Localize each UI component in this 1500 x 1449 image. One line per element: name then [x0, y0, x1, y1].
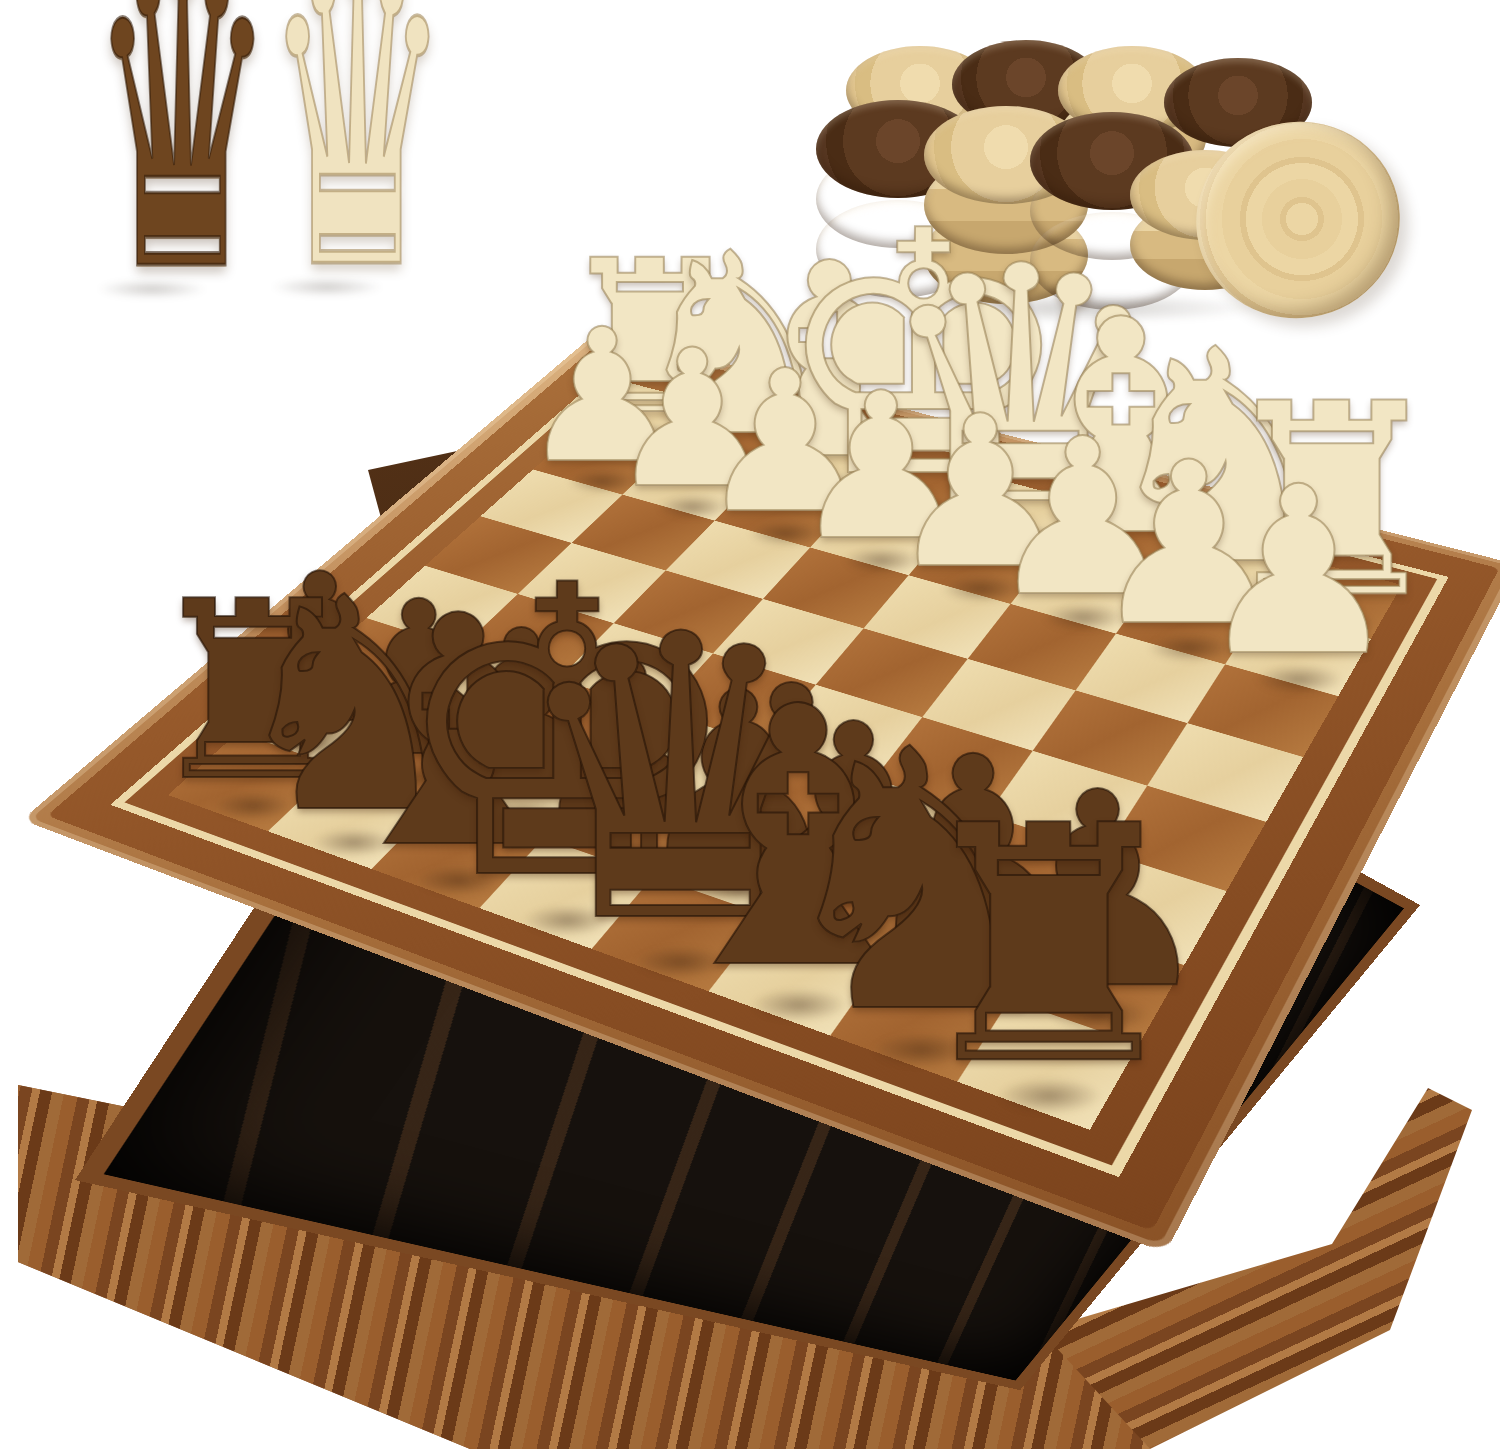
piece-white-pawn[interactable]: ♟ — [1183, 457, 1415, 689]
product-photo: { "title": "Wooden chess and checkers se… — [0, 0, 1500, 1449]
piece-black-rook[interactable]: ♜ — [886, 783, 1212, 1109]
